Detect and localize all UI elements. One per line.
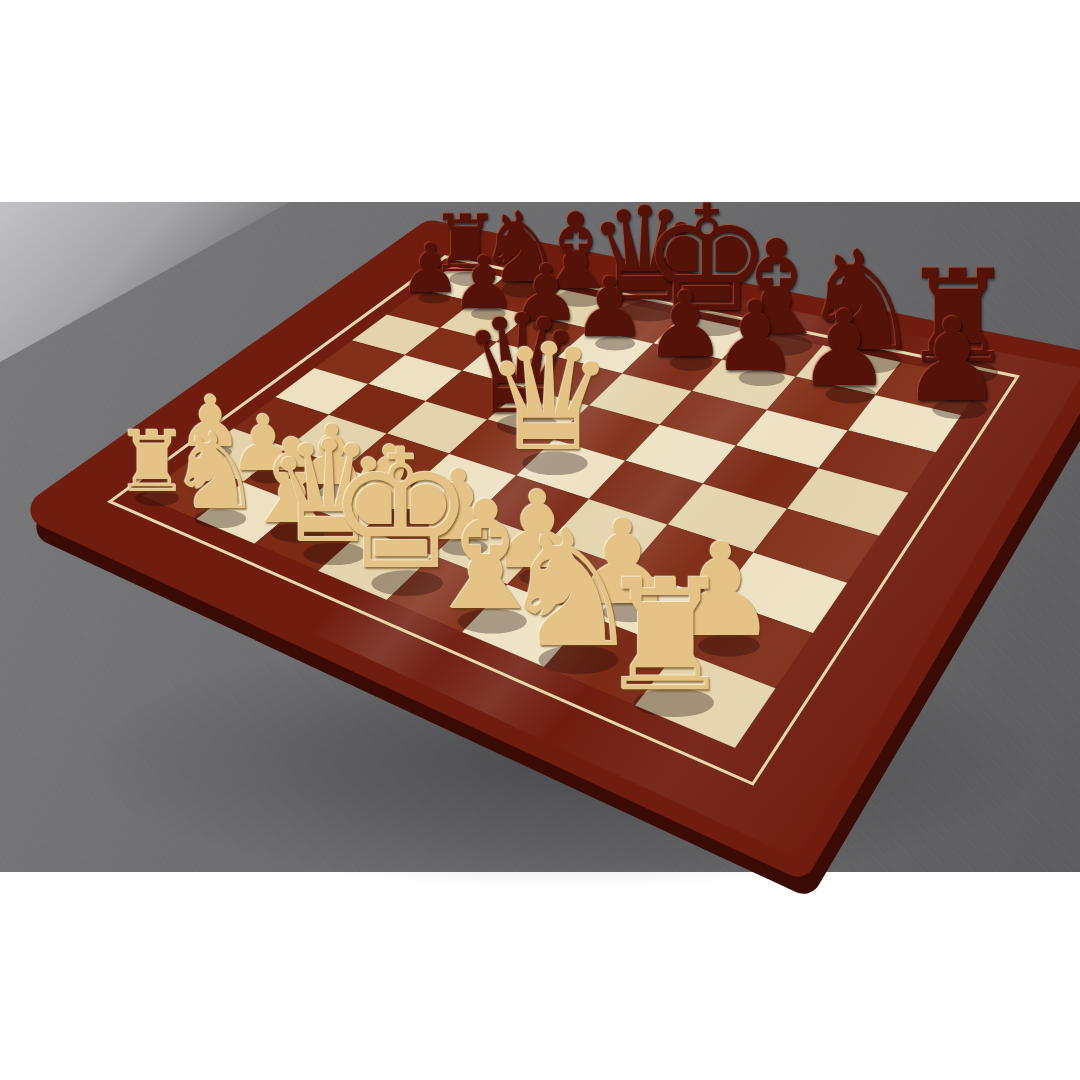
product-photo: ♜♞♟♝♛♟♚♟♟♝♞♟♜♟♟♟♛♟♛♟♟♜♟♞♝♟♛♟♚♟♝♟♞♜	[0, 0, 1080, 1080]
piece-black-pawn-g7[interactable]: ♟	[797, 297, 891, 402]
piece-white-queen-e4[interactable]: ♛	[483, 325, 615, 472]
piece-black-pawn-f7[interactable]: ♟	[712, 288, 799, 385]
piece-black-pawn-h7[interactable]: ♟	[901, 303, 1004, 418]
piece-white-rook-h1[interactable]: ♜	[596, 559, 734, 713]
